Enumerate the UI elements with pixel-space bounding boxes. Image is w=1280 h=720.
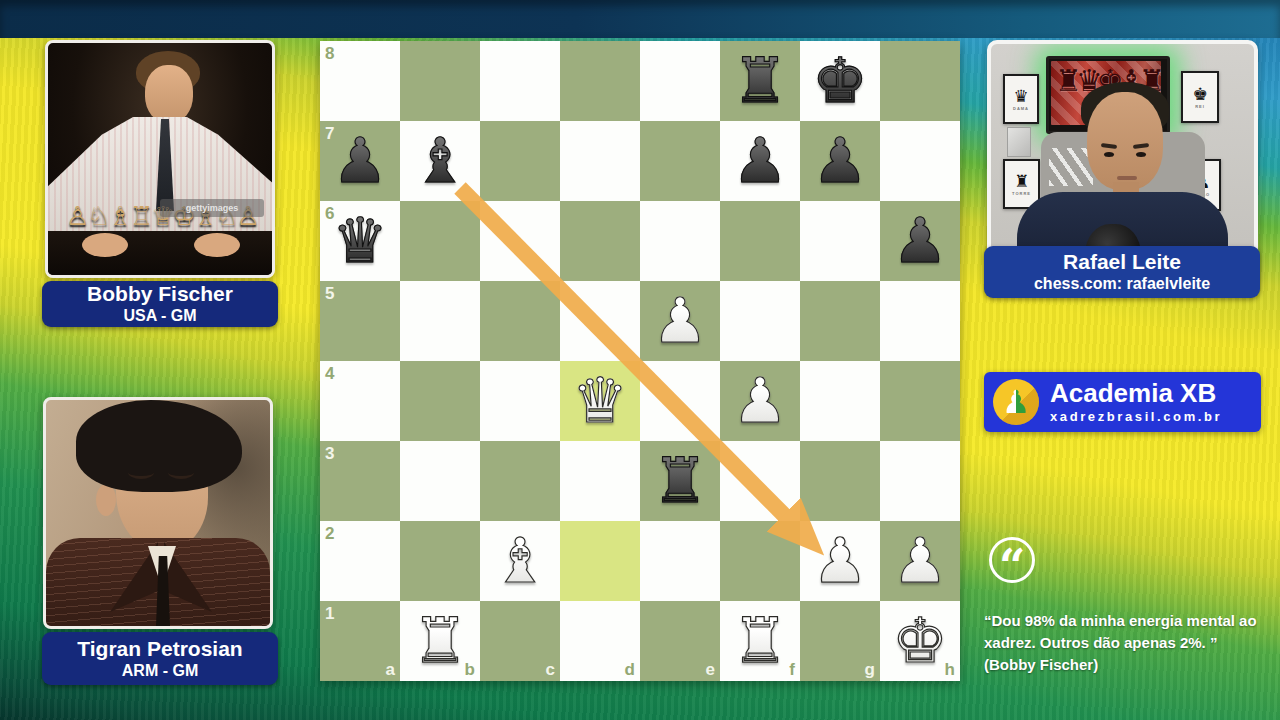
square-e6[interactable] [640,201,720,281]
square-e2[interactable] [640,521,720,601]
square-h5[interactable] [880,281,960,361]
square-f6[interactable] [720,201,800,281]
square-b3[interactable] [400,441,480,521]
quote-line: (Bobby Fischer) [984,654,1280,676]
square-b8[interactable] [400,41,480,121]
square-f2[interactable] [720,521,800,601]
square-h4[interactable] [880,361,960,441]
rank-label-2: 2 [325,525,334,542]
file-label-d: d [625,661,635,678]
petrosian-hair [76,400,242,492]
quote-line: “Dou 98% da minha energia mental ao [984,610,1280,632]
white-pawn-g2[interactable]: ♟ [812,521,868,601]
stream-overlay: ♙♘♗♖♕♔♗♘♙ gettyimages Bobby Fischer USA … [0,0,1280,720]
academy-url: xadrezbrasil.com.br [1050,409,1222,424]
square-e7[interactable] [640,121,720,201]
black-pawn-f7[interactable]: ♟ [732,121,788,201]
king-icon: ♚ [1192,86,1207,103]
square-g2[interactable]: ♟ [800,521,880,601]
square-d2[interactable] [560,521,640,601]
square-h7[interactable] [880,121,960,201]
square-g3[interactable] [800,441,880,521]
rook-icon: ♜ [1014,173,1029,190]
rank-label-4: 4 [325,365,334,382]
black-rook-f8[interactable]: ♜ [732,41,788,121]
white-pawn-f4[interactable]: ♟ [732,361,788,441]
square-d6[interactable] [560,201,640,281]
square-d5[interactable] [560,281,640,361]
rank-label-5: 5 [325,285,334,302]
square-b1[interactable]: b♜ [400,601,480,681]
square-h1[interactable]: h♚ [880,601,960,681]
quote-mark: “ [999,543,1025,583]
square-g8[interactable]: ♚ [800,41,880,121]
logo-pawn-icon: ♟ [1002,379,1031,425]
square-a8[interactable]: 8 [320,41,400,121]
square-f8[interactable]: ♜ [720,41,800,121]
fischer-left-hand [82,233,128,257]
player-plate-petrosian: Tigran Petrosian ARM - GM [42,632,278,685]
black-rook-e3[interactable]: ♜ [652,441,708,521]
quote-line: xadrez. Outros dão apenas 2%. ” [984,632,1280,654]
white-king-h1[interactable]: ♚ [892,601,948,681]
square-c2[interactable]: ♝ [480,521,560,601]
square-b6[interactable] [400,201,480,281]
player-federation: ARM - GM [42,661,278,680]
square-e5[interactable]: ♟ [640,281,720,361]
streamer-handle: chess.com: rafaelvleite [984,274,1260,293]
square-c4[interactable] [480,361,560,441]
square-f5[interactable] [720,281,800,361]
quote-icon: “ [989,537,1035,583]
fischer-table [48,231,272,275]
square-f1[interactable]: f♜ [720,601,800,681]
fischer-right-hand [194,233,240,257]
getty-watermark: gettyimages [160,199,264,217]
file-label-g: g [865,661,875,678]
square-e3[interactable]: ♜ [640,441,720,521]
player-name: Tigran Petrosian [42,637,278,661]
rank-label-8: 8 [325,45,334,62]
brow [1101,143,1117,149]
square-g7[interactable]: ♟ [800,121,880,201]
square-h6[interactable]: ♟ [880,201,960,281]
black-king-g8[interactable]: ♚ [812,41,868,121]
square-c1[interactable]: c [480,601,560,681]
square-c3[interactable] [480,441,560,521]
square-c6[interactable] [480,201,560,281]
poster-king: ♚ REI [1181,71,1219,123]
eye [1136,152,1146,157]
square-a7[interactable]: 7♟ [320,121,400,201]
photo-tigran-petrosian [43,397,273,629]
square-e8[interactable] [640,41,720,121]
black-bishop-b7[interactable]: ♝ [412,121,468,201]
academy-title: Academia XB [1050,380,1222,407]
petrosian-eye-right [168,466,194,479]
white-rook-f1[interactable]: ♜ [732,601,788,681]
white-bishop-c2[interactable]: ♝ [492,521,548,601]
streamer-plate: Rafael Leite chess.com: rafaelvleite [984,246,1260,298]
fischer-face [145,65,193,123]
petrosian-ear [96,484,116,516]
square-d4[interactable]: ♛ [560,361,640,441]
square-c8[interactable] [480,41,560,121]
file-label-e: e [706,661,715,678]
square-d7[interactable] [560,121,640,201]
white-pawn-e5[interactable]: ♟ [652,281,708,361]
photo-bobby-fischer: ♙♘♗♖♕♔♗♘♙ gettyimages [45,40,275,278]
square-f7[interactable]: ♟ [720,121,800,201]
rank-label-3: 3 [325,445,334,462]
square-b5[interactable] [400,281,480,361]
square-b4[interactable] [400,361,480,441]
black-queen-a6[interactable]: ♛ [332,201,388,281]
square-a3[interactable]: 3 [320,441,400,521]
square-h8[interactable] [880,41,960,121]
poster-queen: ♛ DAMA [1003,74,1039,124]
eye [1104,152,1114,157]
square-f4[interactable]: ♟ [720,361,800,441]
file-label-f: f [789,661,795,678]
rank-label-1: 1 [325,605,334,622]
square-b7[interactable]: ♝ [400,121,480,201]
square-e1[interactable]: e [640,601,720,681]
square-a1[interactable]: 1a [320,601,400,681]
square-a6[interactable]: 6♛ [320,201,400,281]
square-a4[interactable]: 4 [320,361,400,441]
player-plate-fischer: Bobby Fischer USA - GM [42,281,278,327]
square-e4[interactable] [640,361,720,441]
petrosian-eye-left [128,466,154,479]
top-water-band [0,0,1280,38]
mouth [1117,176,1137,180]
white-pawn-h2[interactable]: ♟ [892,521,948,601]
square-c5[interactable] [480,281,560,361]
brow [1133,143,1149,149]
chess-board[interactable]: 8♜♚7♟♝♟♟6♛♟5♟4♛♟3♜2♝♟♟1ab♜cdef♜gh♚ [320,41,960,681]
file-label-a: a [386,661,395,678]
white-rook-b1[interactable]: ♜ [412,601,468,681]
square-g5[interactable] [800,281,880,361]
square-b2[interactable] [400,521,480,601]
black-pawn-h6[interactable]: ♟ [892,201,948,281]
square-g6[interactable] [800,201,880,281]
square-a2[interactable]: 2 [320,521,400,601]
academy-logo: ♟ [993,379,1039,425]
player-federation: USA - GM [42,306,278,325]
black-pawn-a7[interactable]: ♟ [332,121,388,201]
player-name: Bobby Fischer [42,282,278,306]
play-button-plaque [1007,127,1031,157]
square-a5[interactable]: 5 [320,281,400,361]
queen-icon: ♛ [1013,88,1028,105]
square-h3[interactable] [880,441,960,521]
square-d8[interactable] [560,41,640,121]
file-label-c: c [546,661,555,678]
square-h2[interactable]: ♟ [880,521,960,601]
streamer-name: Rafael Leite [984,250,1260,274]
square-d1[interactable]: d [560,601,640,681]
academy-banner: ♟ Academia XB xadrezbrasil.com.br [984,372,1261,432]
quote-text: “Dou 98% da minha energia mental ao xadr… [984,610,1280,675]
square-c7[interactable] [480,121,560,201]
square-g1[interactable]: g [800,601,880,681]
square-g4[interactable] [800,361,880,441]
black-pawn-g7[interactable]: ♟ [812,121,868,201]
white-queen-d4[interactable]: ♛ [572,361,628,441]
streamer-head [1087,92,1163,190]
square-d3[interactable] [560,441,640,521]
square-f3[interactable] [720,441,800,521]
